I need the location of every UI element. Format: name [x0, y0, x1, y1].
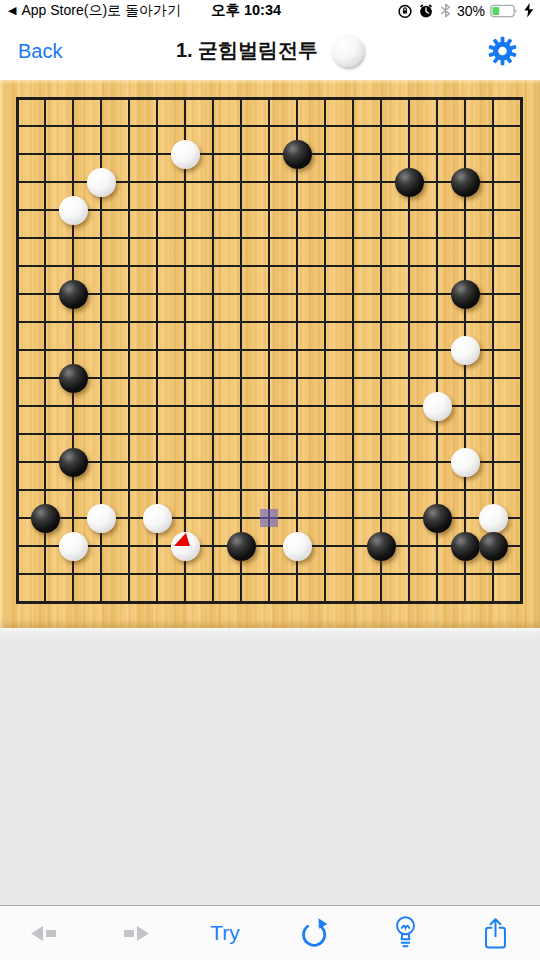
black-stone	[227, 532, 256, 561]
grid-line	[520, 97, 523, 604]
grid-line	[16, 573, 523, 575]
white-stone	[283, 532, 312, 561]
lightbulb-icon	[392, 915, 419, 951]
black-stone	[367, 532, 396, 561]
black-stone	[451, 532, 480, 561]
app-screen: ◀ App Store(으)로 돌아가기 오후 10:34 30% Back	[0, 0, 540, 960]
page-title: 1. 굳힘벌림전투	[176, 37, 318, 64]
share-button[interactable]	[450, 906, 540, 960]
redo-button[interactable]	[270, 906, 360, 960]
prev-move-button[interactable]	[0, 906, 90, 960]
white-stone	[59, 196, 88, 225]
try-button-label: Try	[210, 921, 240, 945]
redo-circle-icon	[298, 916, 332, 950]
nav-title-group: 1. 굳힘벌림전투	[0, 21, 540, 80]
grid-line	[16, 461, 523, 463]
grid-line	[16, 377, 523, 379]
black-stone	[395, 168, 424, 197]
nav-bar: Back 1. 굳힘벌림전투	[0, 21, 540, 80]
white-stone	[87, 168, 116, 197]
try-button[interactable]: Try	[180, 906, 270, 960]
grid-line	[16, 545, 523, 547]
grid-line	[16, 489, 523, 491]
grid-line	[296, 97, 298, 604]
grid-line	[352, 97, 354, 604]
settings-button[interactable]	[487, 35, 518, 66]
share-icon	[482, 916, 509, 951]
white-stone	[479, 504, 508, 533]
white-stone	[171, 140, 200, 169]
status-icons: 30%	[397, 0, 534, 21]
grid-line	[380, 97, 382, 604]
right-arrow-icon	[120, 925, 150, 942]
orientation-lock-icon	[397, 3, 413, 19]
grid-line	[16, 349, 523, 351]
white-stone	[423, 392, 452, 421]
black-stone	[59, 448, 88, 477]
content-background	[0, 628, 540, 906]
highlight-square-marker	[260, 509, 278, 527]
battery-icon	[490, 4, 519, 18]
bottom-toolbar: Try	[0, 905, 540, 960]
gear-icon	[487, 52, 518, 69]
white-stone	[451, 336, 480, 365]
grid-line	[16, 601, 523, 604]
black-stone	[451, 280, 480, 309]
white-stone	[451, 448, 480, 477]
white-stone	[59, 532, 88, 561]
alarm-icon	[418, 3, 434, 19]
grid-line	[16, 433, 523, 435]
white-stone	[87, 504, 116, 533]
left-arrow-icon	[30, 925, 60, 942]
grid-line	[324, 97, 326, 604]
black-stone	[59, 364, 88, 393]
black-stone	[31, 504, 60, 533]
next-move-button[interactable]	[90, 906, 180, 960]
black-stone	[451, 168, 480, 197]
black-stone	[479, 532, 508, 561]
black-stone	[59, 280, 88, 309]
black-stone	[283, 140, 312, 169]
white-stone	[143, 504, 172, 533]
charging-bolt-icon	[524, 3, 534, 18]
bluetooth-icon	[439, 2, 452, 19]
go-board[interactable]	[0, 80, 540, 628]
battery-percent: 30%	[457, 3, 485, 19]
status-bar: ◀ App Store(으)로 돌아가기 오후 10:34 30%	[0, 0, 540, 21]
black-stone	[423, 504, 452, 533]
white-to-play-stone-icon	[332, 35, 364, 67]
hint-button[interactable]	[360, 906, 450, 960]
